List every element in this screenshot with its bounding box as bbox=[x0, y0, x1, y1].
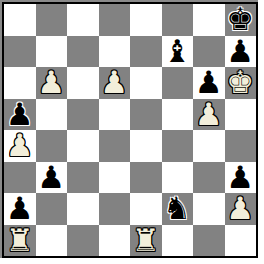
square-h3[interactable]: ♟ bbox=[225, 162, 257, 194]
square-c4[interactable] bbox=[67, 130, 99, 162]
square-e4[interactable] bbox=[130, 130, 162, 162]
square-a2[interactable]: ♟ bbox=[4, 193, 36, 225]
black-pawn: ♟ bbox=[6, 193, 34, 225]
black-pawn: ♟ bbox=[195, 67, 223, 99]
white-pawn: ♟ bbox=[195, 99, 223, 131]
square-c7[interactable] bbox=[67, 36, 99, 68]
white-pawn: ♟ bbox=[6, 130, 34, 162]
square-c2[interactable] bbox=[67, 193, 99, 225]
square-d8[interactable] bbox=[99, 4, 131, 36]
square-g5[interactable]: ♟ bbox=[193, 99, 225, 131]
square-d3[interactable] bbox=[99, 162, 131, 194]
square-g3[interactable] bbox=[193, 162, 225, 194]
square-b5[interactable] bbox=[36, 99, 68, 131]
white-pawn: ♟ bbox=[226, 193, 254, 225]
square-b7[interactable] bbox=[36, 36, 68, 68]
board-frame: ♚♝♟♟♟♟♚♟♟♟♟♟♟♞♟♜♜ bbox=[0, 0, 258, 258]
square-f8[interactable] bbox=[162, 4, 194, 36]
square-f2[interactable]: ♞ bbox=[162, 193, 194, 225]
chess-board: ♚♝♟♟♟♟♚♟♟♟♟♟♟♞♟♜♜ bbox=[2, 2, 258, 258]
square-e1[interactable]: ♜ bbox=[130, 225, 162, 257]
square-f7[interactable]: ♝ bbox=[162, 36, 194, 68]
black-pawn: ♟ bbox=[37, 162, 65, 194]
square-g2[interactable] bbox=[193, 193, 225, 225]
black-king: ♚ bbox=[226, 4, 254, 36]
square-b1[interactable] bbox=[36, 225, 68, 257]
white-rook: ♜ bbox=[132, 225, 160, 257]
square-d5[interactable] bbox=[99, 99, 131, 131]
black-pawn: ♟ bbox=[226, 162, 254, 194]
square-h8[interactable]: ♚ bbox=[225, 4, 257, 36]
square-h4[interactable] bbox=[225, 130, 257, 162]
square-f6[interactable] bbox=[162, 67, 194, 99]
square-h6[interactable]: ♚ bbox=[225, 67, 257, 99]
square-a6[interactable] bbox=[4, 67, 36, 99]
white-pawn: ♟ bbox=[37, 67, 65, 99]
square-b3[interactable]: ♟ bbox=[36, 162, 68, 194]
square-f3[interactable] bbox=[162, 162, 194, 194]
square-g6[interactable]: ♟ bbox=[193, 67, 225, 99]
square-h5[interactable] bbox=[225, 99, 257, 131]
square-h2[interactable]: ♟ bbox=[225, 193, 257, 225]
square-d6[interactable]: ♟ bbox=[99, 67, 131, 99]
square-d7[interactable] bbox=[99, 36, 131, 68]
square-b4[interactable] bbox=[36, 130, 68, 162]
square-g8[interactable] bbox=[193, 4, 225, 36]
square-b2[interactable] bbox=[36, 193, 68, 225]
white-pawn: ♟ bbox=[100, 67, 128, 99]
square-e7[interactable] bbox=[130, 36, 162, 68]
square-h7[interactable]: ♟ bbox=[225, 36, 257, 68]
square-b6[interactable]: ♟ bbox=[36, 67, 68, 99]
square-f5[interactable] bbox=[162, 99, 194, 131]
square-f1[interactable] bbox=[162, 225, 194, 257]
square-c1[interactable] bbox=[67, 225, 99, 257]
square-a1[interactable]: ♜ bbox=[4, 225, 36, 257]
square-e6[interactable] bbox=[130, 67, 162, 99]
square-a7[interactable] bbox=[4, 36, 36, 68]
square-c8[interactable] bbox=[67, 4, 99, 36]
white-king: ♚ bbox=[226, 67, 254, 99]
square-f4[interactable] bbox=[162, 130, 194, 162]
black-knight: ♞ bbox=[163, 193, 191, 225]
square-h1[interactable] bbox=[225, 225, 257, 257]
square-c6[interactable] bbox=[67, 67, 99, 99]
square-d1[interactable] bbox=[99, 225, 131, 257]
square-g1[interactable] bbox=[193, 225, 225, 257]
square-e5[interactable] bbox=[130, 99, 162, 131]
square-a4[interactable]: ♟ bbox=[4, 130, 36, 162]
square-g4[interactable] bbox=[193, 130, 225, 162]
square-d4[interactable] bbox=[99, 130, 131, 162]
square-a5[interactable]: ♟ bbox=[4, 99, 36, 131]
square-c5[interactable] bbox=[67, 99, 99, 131]
square-c3[interactable] bbox=[67, 162, 99, 194]
square-g7[interactable] bbox=[193, 36, 225, 68]
black-pawn: ♟ bbox=[6, 99, 34, 131]
square-e3[interactable] bbox=[130, 162, 162, 194]
black-pawn: ♟ bbox=[226, 36, 254, 68]
square-a3[interactable] bbox=[4, 162, 36, 194]
white-rook: ♜ bbox=[6, 225, 34, 257]
square-b8[interactable] bbox=[36, 4, 68, 36]
square-a8[interactable] bbox=[4, 4, 36, 36]
square-e8[interactable] bbox=[130, 4, 162, 36]
square-d2[interactable] bbox=[99, 193, 131, 225]
black-bishop: ♝ bbox=[163, 36, 191, 68]
square-e2[interactable] bbox=[130, 193, 162, 225]
